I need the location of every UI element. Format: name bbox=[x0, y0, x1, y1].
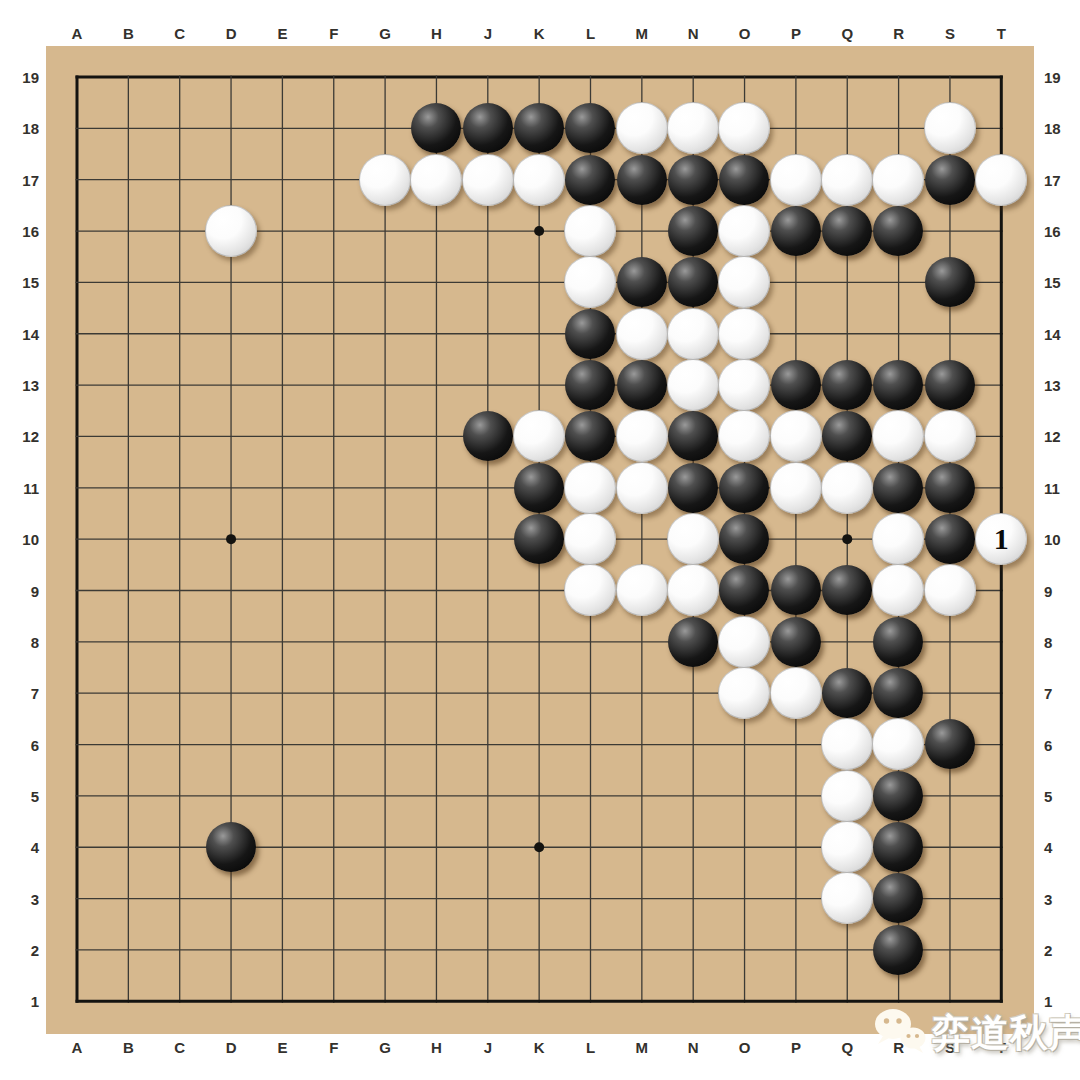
col-label-top-H: H bbox=[431, 25, 442, 42]
stone-black-S10 bbox=[925, 514, 975, 564]
row-label-right-3: 3 bbox=[1044, 890, 1052, 907]
stone-black-N17 bbox=[668, 155, 718, 205]
stone-white-N14 bbox=[667, 308, 719, 360]
stone-white-S18 bbox=[924, 102, 976, 154]
stone-white-K17 bbox=[513, 154, 565, 206]
col-label-top-B: B bbox=[123, 25, 134, 42]
stone-white-K12 bbox=[513, 410, 565, 462]
stone-black-M17 bbox=[617, 155, 667, 205]
col-label-top-C: C bbox=[174, 25, 185, 42]
stone-white-L15 bbox=[564, 256, 616, 308]
col-label-top-T: T bbox=[997, 25, 1006, 42]
col-label-top-O: O bbox=[739, 25, 751, 42]
row-label-left-19: 19 bbox=[22, 69, 39, 86]
stone-white-J17 bbox=[462, 154, 514, 206]
stone-white-S12 bbox=[924, 410, 976, 462]
col-label-bottom-K: K bbox=[534, 1039, 545, 1056]
stone-black-Q16 bbox=[822, 206, 872, 256]
stone-black-P16 bbox=[771, 206, 821, 256]
stone-black-J12 bbox=[463, 411, 513, 461]
go-diagram-page: 1 AABBCCDDEEFFGGHHJJKKLLMMNNOOPPQQRRSSTT… bbox=[0, 0, 1080, 1080]
col-label-bottom-R: R bbox=[893, 1039, 904, 1056]
stone-white-R6 bbox=[872, 718, 924, 770]
stone-white-P17 bbox=[770, 154, 822, 206]
row-label-left-9: 9 bbox=[31, 582, 39, 599]
stone-black-N11 bbox=[668, 463, 718, 513]
stone-black-O9 bbox=[719, 565, 769, 615]
stone-black-S15 bbox=[925, 257, 975, 307]
stone-black-S6 bbox=[925, 719, 975, 769]
stone-black-P13 bbox=[771, 360, 821, 410]
stone-black-P9 bbox=[771, 565, 821, 615]
stone-black-S13 bbox=[925, 360, 975, 410]
stone-white-Q11 bbox=[821, 462, 873, 514]
stone-white-M18 bbox=[616, 102, 668, 154]
stones-layer: 1 bbox=[51, 51, 1027, 1027]
row-label-left-6: 6 bbox=[31, 736, 39, 753]
stone-black-S11 bbox=[925, 463, 975, 513]
stone-black-L18 bbox=[565, 103, 615, 153]
row-label-right-13: 13 bbox=[1044, 377, 1061, 394]
stone-white-M9 bbox=[616, 564, 668, 616]
stone-white-O13 bbox=[718, 359, 770, 411]
stone-black-K10 bbox=[514, 514, 564, 564]
row-label-left-14: 14 bbox=[22, 325, 39, 342]
row-label-left-3: 3 bbox=[31, 890, 39, 907]
col-label-bottom-S: S bbox=[945, 1039, 955, 1056]
stone-white-R10 bbox=[872, 513, 924, 565]
stone-black-R2 bbox=[873, 925, 923, 975]
stone-black-O17 bbox=[719, 155, 769, 205]
stone-black-R3 bbox=[873, 873, 923, 923]
col-label-bottom-L: L bbox=[586, 1039, 595, 1056]
col-label-bottom-E: E bbox=[277, 1039, 287, 1056]
col-label-bottom-F: F bbox=[329, 1039, 338, 1056]
stone-white-P11 bbox=[770, 462, 822, 514]
stone-black-L12 bbox=[565, 411, 615, 461]
row-label-left-13: 13 bbox=[22, 377, 39, 394]
row-label-left-1: 1 bbox=[31, 993, 39, 1010]
move-number-label: 1 bbox=[976, 514, 1026, 564]
col-label-top-N: N bbox=[688, 25, 699, 42]
stone-white-H17 bbox=[410, 154, 462, 206]
col-label-top-G: G bbox=[379, 25, 391, 42]
stone-black-M13 bbox=[617, 360, 667, 410]
stone-white-M14 bbox=[616, 308, 668, 360]
stone-black-N12 bbox=[668, 411, 718, 461]
row-label-left-16: 16 bbox=[22, 223, 39, 240]
col-label-top-P: P bbox=[791, 25, 801, 42]
stone-white-G17 bbox=[359, 154, 411, 206]
col-label-bottom-A: A bbox=[72, 1039, 83, 1056]
row-label-left-4: 4 bbox=[31, 839, 39, 856]
col-label-bottom-T: T bbox=[997, 1039, 1006, 1056]
stone-white-P12 bbox=[770, 410, 822, 462]
col-label-bottom-B: B bbox=[123, 1039, 134, 1056]
col-label-top-R: R bbox=[893, 25, 904, 42]
col-label-bottom-O: O bbox=[739, 1039, 751, 1056]
stone-black-P8 bbox=[771, 617, 821, 667]
stone-white-O12 bbox=[718, 410, 770, 462]
stone-black-Q9 bbox=[822, 565, 872, 615]
stone-white-L9 bbox=[564, 564, 616, 616]
stone-white-M11 bbox=[616, 462, 668, 514]
stone-black-Q7 bbox=[822, 668, 872, 718]
stone-white-P7 bbox=[770, 667, 822, 719]
col-label-bottom-J: J bbox=[484, 1039, 492, 1056]
row-label-right-11: 11 bbox=[1044, 479, 1060, 496]
col-label-top-E: E bbox=[277, 25, 287, 42]
row-label-right-6: 6 bbox=[1044, 736, 1052, 753]
row-label-right-2: 2 bbox=[1044, 941, 1052, 958]
row-label-left-10: 10 bbox=[22, 531, 39, 548]
col-label-top-A: A bbox=[72, 25, 83, 42]
stone-white-M12 bbox=[616, 410, 668, 462]
row-label-right-5: 5 bbox=[1044, 787, 1052, 804]
row-label-right-19: 19 bbox=[1044, 69, 1061, 86]
stone-black-R5 bbox=[873, 771, 923, 821]
stone-white-Q6 bbox=[821, 718, 873, 770]
stone-white-O8 bbox=[718, 616, 770, 668]
stone-black-K11 bbox=[514, 463, 564, 513]
col-label-top-M: M bbox=[636, 25, 649, 42]
row-label-right-10: 10 bbox=[1044, 531, 1061, 548]
row-label-right-9: 9 bbox=[1044, 582, 1052, 599]
col-label-bottom-D: D bbox=[226, 1039, 237, 1056]
stone-white-D16 bbox=[205, 205, 257, 257]
row-label-left-11: 11 bbox=[23, 479, 39, 496]
stone-white-Q17 bbox=[821, 154, 873, 206]
row-label-left-15: 15 bbox=[22, 274, 39, 291]
stone-black-R13 bbox=[873, 360, 923, 410]
stone-black-D4 bbox=[206, 822, 256, 872]
stone-white-T10: 1 bbox=[975, 513, 1027, 565]
col-label-bottom-P: P bbox=[791, 1039, 801, 1056]
col-label-top-L: L bbox=[586, 25, 595, 42]
stone-black-Q12 bbox=[822, 411, 872, 461]
stone-black-Q13 bbox=[822, 360, 872, 410]
stone-black-R11 bbox=[873, 463, 923, 513]
col-label-bottom-H: H bbox=[431, 1039, 442, 1056]
row-label-right-18: 18 bbox=[1044, 120, 1061, 137]
stone-white-Q5 bbox=[821, 770, 873, 822]
row-label-right-15: 15 bbox=[1044, 274, 1061, 291]
stone-white-R9 bbox=[872, 564, 924, 616]
stone-white-N9 bbox=[667, 564, 719, 616]
stone-white-O15 bbox=[718, 256, 770, 308]
stone-black-R4 bbox=[873, 822, 923, 872]
col-label-top-J: J bbox=[484, 25, 492, 42]
stone-black-H18 bbox=[411, 103, 461, 153]
row-label-right-16: 16 bbox=[1044, 223, 1061, 240]
stone-black-J18 bbox=[463, 103, 513, 153]
stone-black-K18 bbox=[514, 103, 564, 153]
stone-white-N13 bbox=[667, 359, 719, 411]
stone-black-O11 bbox=[719, 463, 769, 513]
row-label-left-8: 8 bbox=[31, 633, 39, 650]
stone-white-T17 bbox=[975, 154, 1027, 206]
stone-white-L10 bbox=[564, 513, 616, 565]
col-label-top-K: K bbox=[534, 25, 545, 42]
row-label-right-8: 8 bbox=[1044, 633, 1052, 650]
stone-white-O14 bbox=[718, 308, 770, 360]
row-label-left-2: 2 bbox=[31, 941, 39, 958]
stone-white-L16 bbox=[564, 205, 616, 257]
col-label-bottom-G: G bbox=[379, 1039, 391, 1056]
col-label-top-Q: Q bbox=[841, 25, 853, 42]
stone-white-N10 bbox=[667, 513, 719, 565]
row-label-right-4: 4 bbox=[1044, 839, 1052, 856]
stone-black-N16 bbox=[668, 206, 718, 256]
col-label-top-F: F bbox=[329, 25, 338, 42]
stone-black-L17 bbox=[565, 155, 615, 205]
stone-black-N15 bbox=[668, 257, 718, 307]
stone-black-R7 bbox=[873, 668, 923, 718]
col-label-bottom-M: M bbox=[636, 1039, 649, 1056]
stone-black-S17 bbox=[925, 155, 975, 205]
row-label-left-7: 7 bbox=[31, 685, 39, 702]
row-label-right-1: 1 bbox=[1044, 993, 1052, 1010]
col-label-bottom-C: C bbox=[174, 1039, 185, 1056]
stone-black-L13 bbox=[565, 360, 615, 410]
stone-white-O7 bbox=[718, 667, 770, 719]
stone-white-O16 bbox=[718, 205, 770, 257]
row-label-left-17: 17 bbox=[22, 171, 39, 188]
row-label-right-12: 12 bbox=[1044, 428, 1061, 445]
stone-white-L11 bbox=[564, 462, 616, 514]
stone-black-R16 bbox=[873, 206, 923, 256]
row-label-left-18: 18 bbox=[22, 120, 39, 137]
row-label-left-12: 12 bbox=[22, 428, 39, 445]
row-label-right-14: 14 bbox=[1044, 325, 1061, 342]
col-label-bottom-Q: Q bbox=[841, 1039, 853, 1056]
col-label-bottom-N: N bbox=[688, 1039, 699, 1056]
col-label-top-D: D bbox=[226, 25, 237, 42]
stone-white-N18 bbox=[667, 102, 719, 154]
row-label-left-5: 5 bbox=[31, 787, 39, 804]
stone-black-R8 bbox=[873, 617, 923, 667]
stone-white-R12 bbox=[872, 410, 924, 462]
stone-black-N8 bbox=[668, 617, 718, 667]
stone-black-O10 bbox=[719, 514, 769, 564]
stone-white-S9 bbox=[924, 564, 976, 616]
row-label-right-17: 17 bbox=[1044, 171, 1061, 188]
col-label-top-S: S bbox=[945, 25, 955, 42]
stone-white-Q4 bbox=[821, 821, 873, 873]
stone-white-R17 bbox=[872, 154, 924, 206]
stone-white-O18 bbox=[718, 102, 770, 154]
row-label-right-7: 7 bbox=[1044, 685, 1052, 702]
stone-black-M15 bbox=[617, 257, 667, 307]
stone-white-Q3 bbox=[821, 872, 873, 924]
stone-black-L14 bbox=[565, 309, 615, 359]
